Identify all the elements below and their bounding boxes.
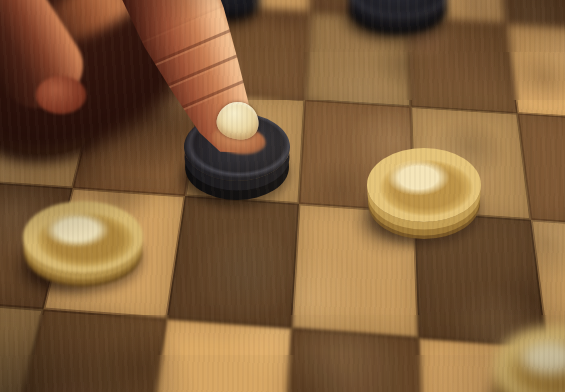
board-square[interactable] <box>299 100 414 212</box>
board-square[interactable] <box>166 196 298 328</box>
board-square[interactable] <box>200 6 310 100</box>
wood-mottle <box>166 196 298 328</box>
board-square[interactable] <box>144 319 291 392</box>
wood-mottle <box>410 107 530 220</box>
wood-mottle <box>185 93 305 203</box>
board-perspective-camera <box>0 0 565 392</box>
wood-mottle <box>291 204 418 338</box>
board-square[interactable] <box>185 93 305 203</box>
board-square[interactable] <box>283 328 424 392</box>
wood-mottle <box>299 100 414 212</box>
wood-mottle <box>407 18 517 114</box>
wood-mottle <box>144 319 291 392</box>
board-square[interactable] <box>414 212 547 348</box>
wood-mottle <box>97 1 213 94</box>
wood-mottle <box>200 6 310 100</box>
wood-mottle <box>414 212 547 348</box>
board-square[interactable] <box>291 204 418 338</box>
wood-mottle <box>305 12 411 107</box>
checkers-board[interactable] <box>0 0 565 392</box>
board-square[interactable] <box>305 12 411 107</box>
checkers-photo-scene <box>0 0 565 392</box>
board-square[interactable] <box>407 18 517 114</box>
board-square[interactable] <box>97 1 213 94</box>
wood-mottle <box>283 328 424 392</box>
board-square[interactable] <box>410 107 530 220</box>
